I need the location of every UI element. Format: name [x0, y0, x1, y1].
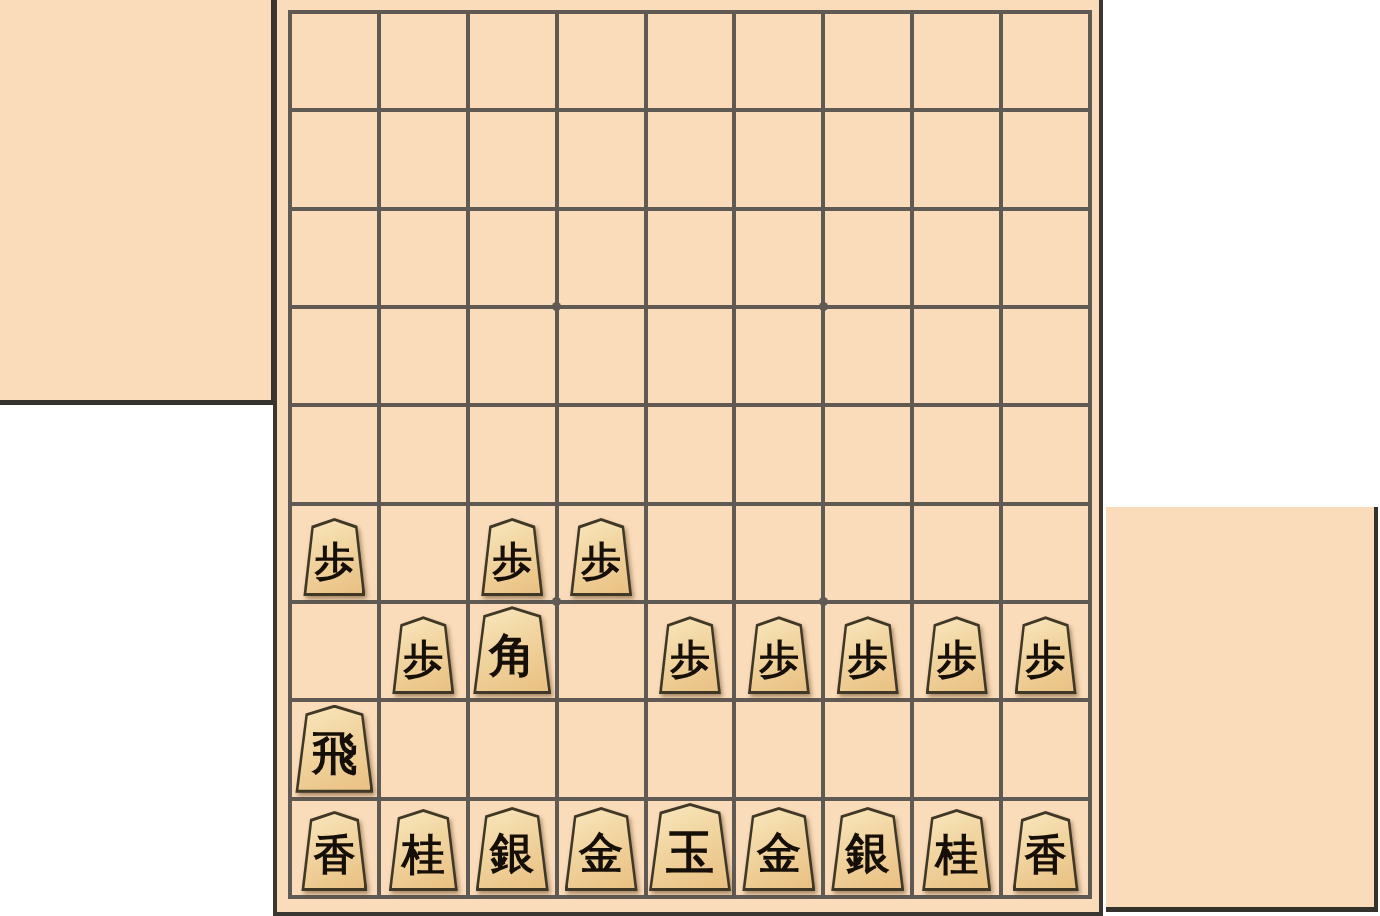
square-4c[interactable] — [736, 211, 821, 305]
square-3i[interactable]: 銀 — [825, 801, 910, 895]
square-4g[interactable]: 歩 — [736, 604, 821, 698]
square-7c[interactable] — [470, 211, 555, 305]
square-2h[interactable] — [914, 702, 999, 796]
square-8c[interactable] — [381, 211, 466, 305]
koma-kanji: 歩 — [570, 518, 632, 596]
square-2f[interactable] — [914, 506, 999, 600]
square-4d[interactable] — [736, 309, 821, 403]
piece-gold[interactable]: 金 — [742, 807, 815, 891]
piece-pawn[interactable]: 歩 — [481, 518, 543, 596]
square-7f[interactable]: 歩 — [470, 506, 555, 600]
square-1c[interactable] — [1003, 211, 1088, 305]
square-3e[interactable] — [825, 407, 910, 501]
square-8h[interactable] — [381, 702, 466, 796]
square-4i[interactable]: 金 — [736, 801, 821, 895]
square-3c[interactable] — [825, 211, 910, 305]
shogi-board: 歩歩歩歩角歩歩歩歩歩飛香桂銀金玉金銀桂香 — [273, 0, 1103, 916]
square-7e[interactable] — [470, 407, 555, 501]
square-5f[interactable] — [648, 506, 733, 600]
square-4h[interactable] — [736, 702, 821, 796]
square-7b[interactable] — [470, 112, 555, 206]
square-6b[interactable] — [559, 112, 644, 206]
square-3h[interactable] — [825, 702, 910, 796]
piece-rook[interactable]: 飛 — [295, 705, 373, 793]
square-1e[interactable] — [1003, 407, 1088, 501]
piece-pawn[interactable]: 歩 — [303, 518, 365, 596]
square-4b[interactable] — [736, 112, 821, 206]
piece-pawn[interactable]: 歩 — [392, 616, 454, 694]
square-1i[interactable]: 香 — [1003, 801, 1088, 895]
square-6f[interactable]: 歩 — [559, 506, 644, 600]
piece-pawn[interactable]: 歩 — [1015, 616, 1077, 694]
square-7h[interactable] — [470, 702, 555, 796]
koma-kanji: 金 — [565, 807, 638, 891]
square-3g[interactable]: 歩 — [825, 604, 910, 698]
koma-kanji: 銀 — [831, 807, 904, 891]
square-2a[interactable] — [914, 14, 999, 108]
square-4e[interactable] — [736, 407, 821, 501]
piece-gold[interactable]: 金 — [565, 807, 638, 891]
koma-kanji: 金 — [742, 807, 815, 891]
komadai-sente — [1106, 507, 1378, 912]
koma-kanji: 歩 — [303, 518, 365, 596]
square-5b[interactable] — [648, 112, 733, 206]
square-8f[interactable] — [381, 506, 466, 600]
square-9h[interactable]: 飛 — [292, 702, 377, 796]
koma-kanji: 香 — [1013, 811, 1079, 891]
piece-pawn[interactable]: 歩 — [837, 616, 899, 694]
square-4a[interactable] — [736, 14, 821, 108]
shogi-app: 歩歩歩歩角歩歩歩歩歩飛香桂銀金玉金銀桂香 — [0, 0, 1380, 916]
koma-kanji: 角 — [473, 606, 551, 694]
koma-kanji: 歩 — [748, 616, 810, 694]
square-6g[interactable] — [559, 604, 644, 698]
square-9g[interactable] — [292, 604, 377, 698]
square-8d[interactable] — [381, 309, 466, 403]
piece-king[interactable]: 玉 — [649, 803, 731, 891]
koma-kanji: 歩 — [481, 518, 543, 596]
square-9b[interactable] — [292, 112, 377, 206]
piece-knight[interactable]: 桂 — [922, 809, 991, 891]
hoshi-dot — [819, 302, 828, 311]
square-9e[interactable] — [292, 407, 377, 501]
square-8a[interactable] — [381, 14, 466, 108]
square-5g[interactable]: 歩 — [648, 604, 733, 698]
piece-lance[interactable]: 香 — [1013, 811, 1079, 891]
koma-kanji: 歩 — [926, 616, 988, 694]
square-5d[interactable] — [648, 309, 733, 403]
square-2c[interactable] — [914, 211, 999, 305]
square-8g[interactable]: 歩 — [381, 604, 466, 698]
square-1d[interactable] — [1003, 309, 1088, 403]
square-2g[interactable]: 歩 — [914, 604, 999, 698]
piece-lance[interactable]: 香 — [301, 811, 367, 891]
board-grid: 歩歩歩歩角歩歩歩歩歩飛香桂銀金玉金銀桂香 — [288, 10, 1092, 899]
koma-kanji: 桂 — [922, 809, 991, 891]
square-7g[interactable]: 角 — [470, 604, 555, 698]
square-1h[interactable] — [1003, 702, 1088, 796]
hoshi-dot — [819, 597, 828, 606]
square-7a[interactable] — [470, 14, 555, 108]
square-3f[interactable] — [825, 506, 910, 600]
square-9a[interactable] — [292, 14, 377, 108]
piece-silver[interactable]: 銀 — [476, 807, 549, 891]
square-5a[interactable] — [648, 14, 733, 108]
square-1a[interactable] — [1003, 14, 1088, 108]
square-1g[interactable]: 歩 — [1003, 604, 1088, 698]
square-9d[interactable] — [292, 309, 377, 403]
square-9c[interactable] — [292, 211, 377, 305]
square-9i[interactable]: 香 — [292, 801, 377, 895]
square-8e[interactable] — [381, 407, 466, 501]
piece-pawn[interactable]: 歩 — [570, 518, 632, 596]
square-1f[interactable] — [1003, 506, 1088, 600]
square-7i[interactable]: 銀 — [470, 801, 555, 895]
koma-kanji: 玉 — [649, 803, 731, 891]
piece-bishop[interactable]: 角 — [473, 606, 551, 694]
piece-pawn[interactable]: 歩 — [748, 616, 810, 694]
square-6i[interactable]: 金 — [559, 801, 644, 895]
koma-kanji: 歩 — [659, 616, 721, 694]
square-3b[interactable] — [825, 112, 910, 206]
square-5h[interactable] — [648, 702, 733, 796]
hoshi-dot — [552, 302, 561, 311]
square-2i[interactable]: 桂 — [914, 801, 999, 895]
square-8b[interactable] — [381, 112, 466, 206]
hoshi-dot — [552, 597, 561, 606]
square-3d[interactable] — [825, 309, 910, 403]
square-5i[interactable]: 玉 — [648, 801, 733, 895]
square-6d[interactable] — [559, 309, 644, 403]
square-9f[interactable]: 歩 — [292, 506, 377, 600]
koma-kanji: 歩 — [837, 616, 899, 694]
koma-kanji: 歩 — [1015, 616, 1077, 694]
piece-silver[interactable]: 銀 — [831, 807, 904, 891]
square-3a[interactable] — [825, 14, 910, 108]
piece-pawn[interactable]: 歩 — [926, 616, 988, 694]
square-6h[interactable] — [559, 702, 644, 796]
square-7d[interactable] — [470, 309, 555, 403]
koma-kanji: 歩 — [392, 616, 454, 694]
square-2d[interactable] — [914, 309, 999, 403]
square-6a[interactable] — [559, 14, 644, 108]
piece-knight[interactable]: 桂 — [389, 809, 458, 891]
koma-kanji: 銀 — [476, 807, 549, 891]
koma-kanji: 香 — [301, 811, 367, 891]
koma-kanji: 桂 — [389, 809, 458, 891]
square-2e[interactable] — [914, 407, 999, 501]
square-1b[interactable] — [1003, 112, 1088, 206]
square-2b[interactable] — [914, 112, 999, 206]
square-6c[interactable] — [559, 211, 644, 305]
square-4f[interactable] — [736, 506, 821, 600]
koma-kanji: 飛 — [295, 705, 373, 793]
square-5c[interactable] — [648, 211, 733, 305]
square-5e[interactable] — [648, 407, 733, 501]
square-6e[interactable] — [559, 407, 644, 501]
piece-pawn[interactable]: 歩 — [659, 616, 721, 694]
square-8i[interactable]: 桂 — [381, 801, 466, 895]
komadai-gote — [0, 0, 275, 405]
